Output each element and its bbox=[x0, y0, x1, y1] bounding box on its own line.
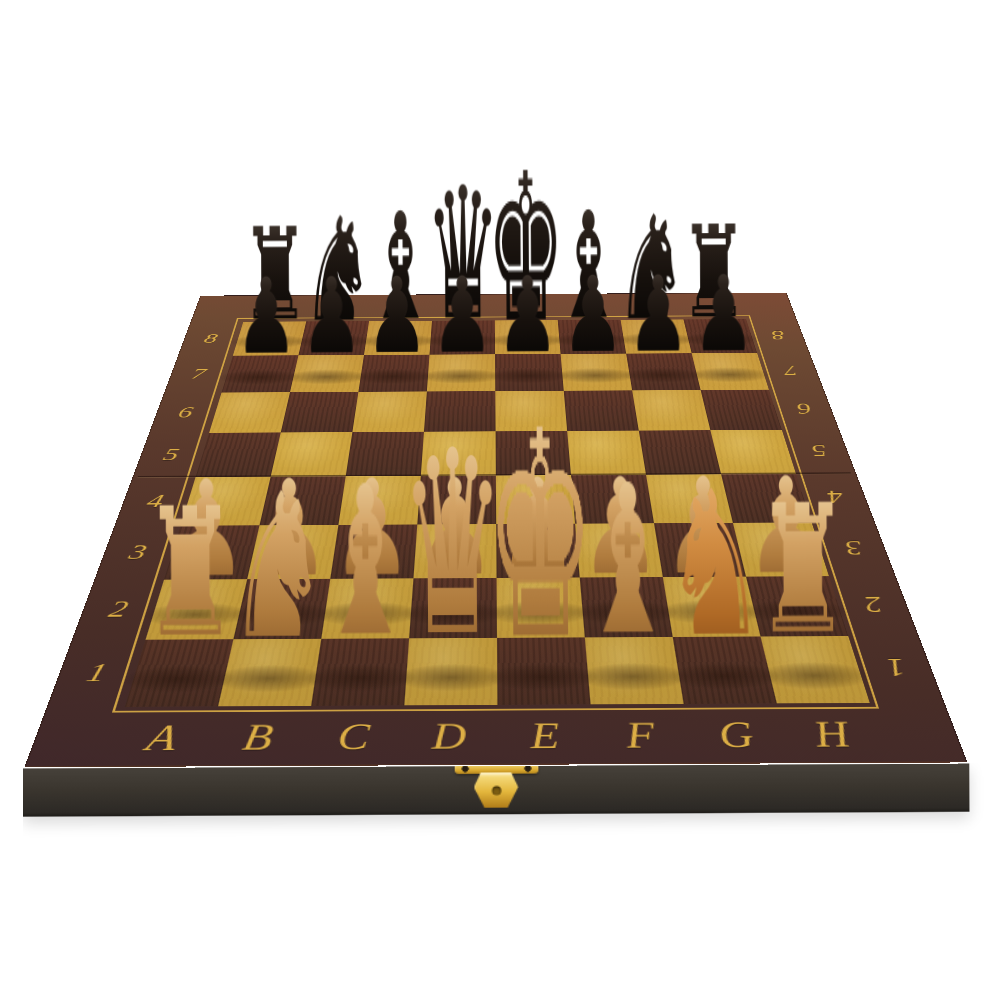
square-f8 bbox=[557, 320, 625, 354]
file-label-f: F bbox=[591, 713, 692, 759]
file-label-e: E bbox=[497, 713, 595, 760]
scene: ABCDEFGH8765432187654321 ♜♞♝♛♚♝♞♜♟♟♟♟♟♟♟… bbox=[0, 0, 1000, 1000]
rank-label-right-8: 8 bbox=[755, 327, 801, 342]
file-label-a: A bbox=[107, 715, 215, 762]
square-g6 bbox=[632, 390, 710, 431]
latch-hole-icon bbox=[491, 786, 500, 795]
piece-white-rook-h1: ♜ bbox=[742, 482, 863, 660]
rank-label-left-7: 7 bbox=[174, 365, 223, 382]
square-e8 bbox=[494, 320, 560, 354]
square-b7 bbox=[290, 355, 364, 392]
rank-label-left-8: 8 bbox=[188, 330, 234, 346]
file-label-d: D bbox=[400, 714, 497, 761]
rank-label-right-6: 6 bbox=[779, 399, 830, 417]
file-label-h: H bbox=[778, 712, 887, 758]
rank-label-right-1: 1 bbox=[862, 652, 931, 683]
square-a8 bbox=[233, 321, 306, 355]
photo-backdrop: ABCDEFGH8765432187654321 ♜♞♝♛♚♝♞♜♟♟♟♟♟♟♟… bbox=[0, 0, 1000, 1000]
square-a6 bbox=[209, 392, 290, 433]
chess-board: ABCDEFGH8765432187654321 ♜♞♝♛♚♝♞♜♟♟♟♟♟♟♟… bbox=[24, 293, 967, 768]
square-h7 bbox=[691, 353, 768, 390]
latch-hinge-plate-icon bbox=[454, 763, 538, 774]
rank-label-right-7: 7 bbox=[766, 362, 815, 379]
latch-shell-icon bbox=[474, 772, 519, 807]
file-label-c: C bbox=[302, 714, 403, 761]
file-label-b: B bbox=[205, 715, 309, 762]
square-c8 bbox=[364, 321, 432, 355]
square-b6 bbox=[280, 392, 358, 433]
square-c7 bbox=[358, 354, 429, 391]
square-g8 bbox=[620, 319, 691, 353]
file-label-g: G bbox=[684, 712, 789, 758]
square-h6 bbox=[700, 389, 781, 430]
square-h8 bbox=[683, 319, 757, 353]
square-a7 bbox=[221, 355, 298, 392]
clasp-latch bbox=[454, 763, 538, 808]
rank-label-left-6: 6 bbox=[160, 403, 211, 421]
square-g7 bbox=[626, 353, 700, 390]
board-box-front-edge bbox=[23, 763, 970, 816]
square-b8 bbox=[298, 321, 369, 355]
square-d8 bbox=[429, 320, 495, 354]
